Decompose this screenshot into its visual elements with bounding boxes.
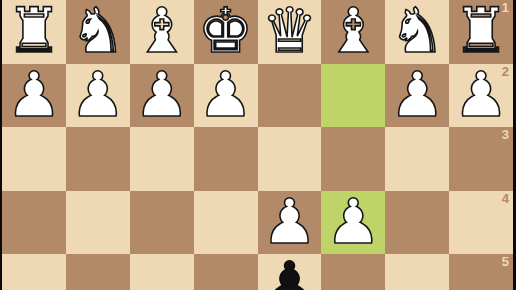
white-pawn-h2[interactable]: ♟ [6, 63, 62, 127]
white-bishop-c1[interactable]: ♝ [326, 0, 382, 63]
square-c4[interactable]: ♟ [321, 191, 385, 255]
square-h4[interactable] [2, 191, 66, 255]
white-bishop-f1[interactable]: ♝ [134, 0, 190, 63]
white-pawn-b2[interactable]: ♟ [389, 63, 445, 127]
square-g2[interactable]: ♟ [66, 64, 130, 128]
white-rook-h1[interactable]: ♜ [6, 0, 62, 63]
square-b1[interactable]: ♞ [385, 0, 449, 64]
square-g1[interactable]: ♞ [66, 0, 130, 64]
square-e4[interactable] [194, 191, 258, 255]
square-f3[interactable] [130, 127, 194, 191]
square-c1[interactable]: ♝ [321, 0, 385, 64]
square-a5[interactable]: 5 [449, 254, 513, 290]
rank-label-1: 1 [502, 1, 509, 15]
square-h3[interactable] [2, 127, 66, 191]
rank-label-2: 2 [502, 65, 509, 79]
white-pawn-f2[interactable]: ♟ [134, 63, 190, 127]
square-b4[interactable] [385, 191, 449, 255]
chess-app-viewport: ♜♞♝♚♛♝♞♜1♟♟♟♟♟♟23♟♟4♟56♟♟♟♟♟♟♟7♜♞♝♚♛♝♞♜8 [0, 0, 516, 290]
square-c2[interactable] [321, 64, 385, 128]
square-f5[interactable] [130, 254, 194, 290]
square-a1[interactable]: ♜1 [449, 0, 513, 64]
square-e5[interactable] [194, 254, 258, 290]
square-g4[interactable] [66, 191, 130, 255]
square-d1[interactable]: ♛ [258, 0, 322, 64]
square-d5[interactable]: ♟ [258, 254, 322, 290]
square-c5[interactable] [321, 254, 385, 290]
white-queen-d1[interactable]: ♛ [262, 0, 318, 63]
square-d2[interactable] [258, 64, 322, 128]
white-pawn-c4[interactable]: ♟ [326, 190, 382, 254]
white-knight-b1[interactable]: ♞ [389, 0, 445, 63]
square-b5[interactable] [385, 254, 449, 290]
square-g5[interactable] [66, 254, 130, 290]
square-h5[interactable] [2, 254, 66, 290]
white-pawn-d4[interactable]: ♟ [262, 190, 318, 254]
rank-label-3: 3 [502, 128, 509, 142]
letterbox-left [0, 0, 2, 290]
black-pawn-d5[interactable]: ♟ [262, 253, 318, 290]
square-e1[interactable]: ♚ [194, 0, 258, 64]
square-c3[interactable] [321, 127, 385, 191]
chess-board[interactable]: ♜♞♝♚♛♝♞♜1♟♟♟♟♟♟23♟♟4♟56♟♟♟♟♟♟♟7♜♞♝♚♛♝♞♜8 [2, 0, 513, 290]
square-a3[interactable]: 3 [449, 127, 513, 191]
white-pawn-a2[interactable]: ♟ [453, 63, 509, 127]
square-e2[interactable]: ♟ [194, 64, 258, 128]
square-a2[interactable]: ♟2 [449, 64, 513, 128]
white-knight-g1[interactable]: ♞ [70, 0, 126, 63]
rank-label-4: 4 [502, 192, 509, 206]
square-b3[interactable] [385, 127, 449, 191]
square-f4[interactable] [130, 191, 194, 255]
white-pawn-g2[interactable]: ♟ [70, 63, 126, 127]
square-d3[interactable] [258, 127, 322, 191]
square-b2[interactable]: ♟ [385, 64, 449, 128]
square-d4[interactable]: ♟ [258, 191, 322, 255]
square-e3[interactable] [194, 127, 258, 191]
white-rook-a1[interactable]: ♜ [453, 0, 509, 63]
square-f2[interactable]: ♟ [130, 64, 194, 128]
square-f1[interactable]: ♝ [130, 0, 194, 64]
square-h2[interactable]: ♟ [2, 64, 66, 128]
white-king-e1[interactable]: ♚ [198, 0, 254, 63]
rank-label-5: 5 [502, 255, 509, 269]
square-g3[interactable] [66, 127, 130, 191]
white-pawn-e2[interactable]: ♟ [198, 63, 254, 127]
square-a4[interactable]: 4 [449, 191, 513, 255]
square-h1[interactable]: ♜ [2, 0, 66, 64]
